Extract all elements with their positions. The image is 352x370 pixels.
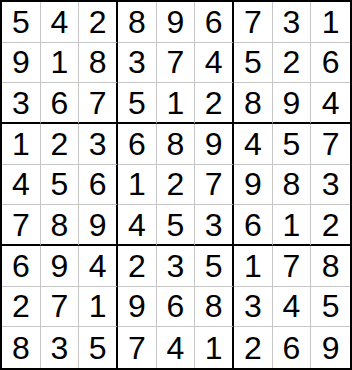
cell-r5c5[interactable]: 2 (157, 165, 196, 206)
cell-r1c2[interactable]: 4 (41, 2, 80, 43)
cell-r7c4[interactable]: 2 (118, 246, 157, 287)
cell-r6c6[interactable]: 3 (195, 205, 234, 246)
cell-r2c3[interactable]: 8 (79, 43, 118, 84)
cell-r6c1[interactable]: 7 (2, 205, 41, 246)
cell-r5c1[interactable]: 4 (2, 165, 41, 206)
cell-r5c6[interactable]: 7 (195, 165, 234, 206)
cell-r7c7[interactable]: 1 (234, 246, 273, 287)
cell-r6c5[interactable]: 5 (157, 205, 196, 246)
cell-r5c9[interactable]: 3 (311, 165, 350, 206)
cell-r2c8[interactable]: 2 (273, 43, 312, 84)
cell-r1c8[interactable]: 3 (273, 2, 312, 43)
cell-r5c2[interactable]: 5 (41, 165, 80, 206)
cell-r4c2[interactable]: 2 (41, 124, 80, 165)
cell-r6c8[interactable]: 1 (273, 205, 312, 246)
cell-r6c7[interactable]: 6 (234, 205, 273, 246)
cell-r5c4[interactable]: 1 (118, 165, 157, 206)
cell-r6c3[interactable]: 9 (79, 205, 118, 246)
cell-r7c2[interactable]: 9 (41, 246, 80, 287)
cell-r8c4[interactable]: 9 (118, 287, 157, 328)
cell-r8c2[interactable]: 7 (41, 287, 80, 328)
cell-r4c4[interactable]: 6 (118, 124, 157, 165)
cell-r9c7[interactable]: 2 (234, 327, 273, 368)
cell-r1c4[interactable]: 8 (118, 2, 157, 43)
cell-r7c5[interactable]: 3 (157, 246, 196, 287)
cell-r6c2[interactable]: 8 (41, 205, 80, 246)
cell-r3c2[interactable]: 6 (41, 83, 80, 124)
cell-r2c5[interactable]: 7 (157, 43, 196, 84)
cell-r3c6[interactable]: 2 (195, 83, 234, 124)
cell-r8c5[interactable]: 6 (157, 287, 196, 328)
cell-r6c4[interactable]: 4 (118, 205, 157, 246)
cell-r5c3[interactable]: 6 (79, 165, 118, 206)
cell-r3c9[interactable]: 4 (311, 83, 350, 124)
cell-r4c7[interactable]: 4 (234, 124, 273, 165)
cell-r9c3[interactable]: 5 (79, 327, 118, 368)
cell-r9c4[interactable]: 7 (118, 327, 157, 368)
cell-r4c1[interactable]: 1 (2, 124, 41, 165)
cell-r8c9[interactable]: 5 (311, 287, 350, 328)
cell-r9c5[interactable]: 4 (157, 327, 196, 368)
cell-r1c6[interactable]: 6 (195, 2, 234, 43)
cell-r9c1[interactable]: 8 (2, 327, 41, 368)
cell-r3c5[interactable]: 1 (157, 83, 196, 124)
cell-r9c9[interactable]: 9 (311, 327, 350, 368)
cell-r2c2[interactable]: 1 (41, 43, 80, 84)
cell-r4c5[interactable]: 8 (157, 124, 196, 165)
cell-r4c8[interactable]: 5 (273, 124, 312, 165)
cell-r1c5[interactable]: 9 (157, 2, 196, 43)
cell-r7c6[interactable]: 5 (195, 246, 234, 287)
cell-r8c1[interactable]: 2 (2, 287, 41, 328)
cell-r3c7[interactable]: 8 (234, 83, 273, 124)
cell-r1c1[interactable]: 5 (2, 2, 41, 43)
cell-r1c3[interactable]: 2 (79, 2, 118, 43)
cell-r3c1[interactable]: 3 (2, 83, 41, 124)
cell-r1c7[interactable]: 7 (234, 2, 273, 43)
cell-r2c4[interactable]: 3 (118, 43, 157, 84)
cell-r9c6[interactable]: 1 (195, 327, 234, 368)
cell-r8c6[interactable]: 8 (195, 287, 234, 328)
cell-r1c9[interactable]: 1 (311, 2, 350, 43)
cell-r4c9[interactable]: 7 (311, 124, 350, 165)
cell-r7c9[interactable]: 8 (311, 246, 350, 287)
cell-r4c6[interactable]: 9 (195, 124, 234, 165)
cell-r3c8[interactable]: 9 (273, 83, 312, 124)
cell-r2c7[interactable]: 5 (234, 43, 273, 84)
cell-r7c3[interactable]: 4 (79, 246, 118, 287)
cell-r3c3[interactable]: 7 (79, 83, 118, 124)
cell-r4c3[interactable]: 3 (79, 124, 118, 165)
cell-r7c1[interactable]: 6 (2, 246, 41, 287)
cell-r8c3[interactable]: 1 (79, 287, 118, 328)
cell-r8c7[interactable]: 3 (234, 287, 273, 328)
cell-r6c9[interactable]: 2 (311, 205, 350, 246)
cell-r9c8[interactable]: 6 (273, 327, 312, 368)
cell-r5c7[interactable]: 9 (234, 165, 273, 206)
cell-r9c2[interactable]: 3 (41, 327, 80, 368)
cell-r8c8[interactable]: 4 (273, 287, 312, 328)
sudoku-board: 5428967319183745263675128941236894574561… (0, 0, 352, 370)
cell-r2c9[interactable]: 6 (311, 43, 350, 84)
cell-r2c1[interactable]: 9 (2, 43, 41, 84)
cell-r7c8[interactable]: 7 (273, 246, 312, 287)
cell-r5c8[interactable]: 8 (273, 165, 312, 206)
cell-r2c6[interactable]: 4 (195, 43, 234, 84)
cell-r3c4[interactable]: 5 (118, 83, 157, 124)
